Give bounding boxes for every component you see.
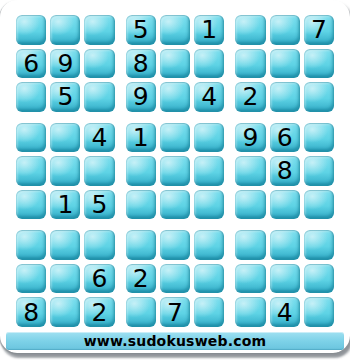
cell-r3c9[interactable] <box>304 82 334 112</box>
cell-r2c8[interactable] <box>270 49 300 79</box>
cell-r2c9[interactable] <box>304 49 334 79</box>
cell-r1c9[interactable]: 7 <box>304 15 334 45</box>
cell-r9c4[interactable] <box>126 297 156 327</box>
cell-r3c6[interactable]: 4 <box>194 82 224 112</box>
sudoku-board: 69551894724151968682274 <box>13 12 337 330</box>
cell-r7c1[interactable] <box>16 230 46 260</box>
cell-r7c2[interactable] <box>50 230 80 260</box>
box-2: 51894 <box>123 12 228 115</box>
website-url: www.sudokusweb.com <box>84 333 267 349</box>
box-7: 682 <box>13 227 118 330</box>
cell-r7c3[interactable] <box>84 230 114 260</box>
cell-r8c9[interactable] <box>304 264 334 294</box>
cell-r5c9[interactable] <box>304 156 334 186</box>
cell-r8c1[interactable] <box>16 264 46 294</box>
cell-r4c6[interactable] <box>194 123 224 153</box>
cell-r3c4[interactable]: 9 <box>126 82 156 112</box>
cell-r4c7[interactable]: 9 <box>235 123 265 153</box>
cell-r8c8[interactable] <box>270 264 300 294</box>
cell-r1c6[interactable]: 1 <box>194 15 224 45</box>
cell-r7c6[interactable] <box>194 230 224 260</box>
cell-r7c8[interactable] <box>270 230 300 260</box>
box-5: 1 <box>123 120 228 223</box>
cell-r9c6[interactable] <box>194 297 224 327</box>
cell-r9c8[interactable]: 4 <box>270 297 300 327</box>
cell-r2c6[interactable] <box>194 49 224 79</box>
cell-r2c2[interactable]: 9 <box>50 49 80 79</box>
cell-r3c2[interactable]: 5 <box>50 82 80 112</box>
cell-r1c7[interactable] <box>235 15 265 45</box>
cell-r9c5[interactable]: 7 <box>160 297 190 327</box>
cell-r2c7[interactable] <box>235 49 265 79</box>
cell-r8c3[interactable]: 6 <box>84 264 114 294</box>
cell-r3c1[interactable] <box>16 82 46 112</box>
cell-r6c4[interactable] <box>126 190 156 220</box>
cell-r2c3[interactable] <box>84 49 114 79</box>
cell-r6c2[interactable]: 1 <box>50 190 80 220</box>
cell-r1c4[interactable]: 5 <box>126 15 156 45</box>
cell-r9c7[interactable] <box>235 297 265 327</box>
cell-r5c3[interactable] <box>84 156 114 186</box>
box-6: 968 <box>232 120 337 223</box>
cell-r4c2[interactable] <box>50 123 80 153</box>
cell-r6c5[interactable] <box>160 190 190 220</box>
cell-r9c9[interactable] <box>304 297 334 327</box>
cell-r5c7[interactable] <box>235 156 265 186</box>
cell-r6c9[interactable] <box>304 190 334 220</box>
cell-r1c2[interactable] <box>50 15 80 45</box>
cell-r4c9[interactable] <box>304 123 334 153</box>
cell-r6c1[interactable] <box>16 190 46 220</box>
cell-r5c6[interactable] <box>194 156 224 186</box>
cell-r8c4[interactable]: 2 <box>126 264 156 294</box>
cell-r5c5[interactable] <box>160 156 190 186</box>
cell-r5c8[interactable]: 8 <box>270 156 300 186</box>
cell-r2c5[interactable] <box>160 49 190 79</box>
cell-r9c1[interactable]: 8 <box>16 297 46 327</box>
cell-r1c3[interactable] <box>84 15 114 45</box>
box-3: 72 <box>232 12 337 115</box>
cell-r5c1[interactable] <box>16 156 46 186</box>
cell-r5c2[interactable] <box>50 156 80 186</box>
cell-r7c4[interactable] <box>126 230 156 260</box>
cell-r1c8[interactable] <box>270 15 300 45</box>
cell-r1c5[interactable] <box>160 15 190 45</box>
cell-r5c4[interactable] <box>126 156 156 186</box>
cell-r6c6[interactable] <box>194 190 224 220</box>
cell-r9c2[interactable] <box>50 297 80 327</box>
cell-r3c5[interactable] <box>160 82 190 112</box>
cell-r7c9[interactable] <box>304 230 334 260</box>
puzzle-frame: 69551894724151968682274 www.sudokusweb.c… <box>0 0 350 353</box>
cell-r2c1[interactable]: 6 <box>16 49 46 79</box>
box-9: 4 <box>232 227 337 330</box>
box-4: 415 <box>13 120 118 223</box>
cell-r3c8[interactable] <box>270 82 300 112</box>
cell-r7c5[interactable] <box>160 230 190 260</box>
cell-r4c3[interactable]: 4 <box>84 123 114 153</box>
cell-r4c8[interactable]: 6 <box>270 123 300 153</box>
cell-r1c1[interactable] <box>16 15 46 45</box>
cell-r4c4[interactable]: 1 <box>126 123 156 153</box>
cell-r6c8[interactable] <box>270 190 300 220</box>
cell-r6c7[interactable] <box>235 190 265 220</box>
cell-r8c7[interactable] <box>235 264 265 294</box>
cell-r6c3[interactable]: 5 <box>84 190 114 220</box>
cell-r4c5[interactable] <box>160 123 190 153</box>
footer-bar: www.sudokusweb.com <box>6 332 344 350</box>
cell-r8c5[interactable] <box>160 264 190 294</box>
box-8: 27 <box>123 227 228 330</box>
cell-r3c7[interactable]: 2 <box>235 82 265 112</box>
cell-r7c7[interactable] <box>235 230 265 260</box>
cell-r3c3[interactable] <box>84 82 114 112</box>
cell-r4c1[interactable] <box>16 123 46 153</box>
cell-r9c3[interactable]: 2 <box>84 297 114 327</box>
box-1: 695 <box>13 12 118 115</box>
cell-r2c4[interactable]: 8 <box>126 49 156 79</box>
cell-r8c2[interactable] <box>50 264 80 294</box>
cell-r8c6[interactable] <box>194 264 224 294</box>
